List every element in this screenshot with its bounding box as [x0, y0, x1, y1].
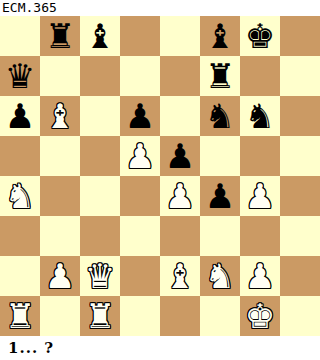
square-a4[interactable]: ♞	[0, 176, 40, 216]
title-bar: ECM.365	[0, 0, 320, 16]
square-c3[interactable]	[80, 216, 120, 256]
black-pawn-icon: ♟	[205, 176, 235, 216]
square-d6[interactable]: ♟	[120, 96, 160, 136]
black-pawn-icon: ♟	[5, 96, 35, 136]
square-g8[interactable]: ♚	[240, 16, 280, 56]
square-e5[interactable]: ♟	[160, 136, 200, 176]
square-e2[interactable]: ♝	[160, 256, 200, 296]
black-rook-icon: ♜	[45, 16, 75, 56]
white-pawn-icon: ♟	[125, 136, 155, 176]
chess-puzzle-app: ECM.365 ♜♝♝♚♛♜♟♝♟♞♞♟♟♞♟♟♟♟♛♝♞♟♜♜♚ 1... ?	[0, 0, 320, 360]
move-prompt: 1... ?	[8, 339, 54, 357]
square-d4[interactable]	[120, 176, 160, 216]
black-king-icon: ♚	[245, 16, 275, 56]
square-f7[interactable]: ♜	[200, 56, 240, 96]
chess-board: ♜♝♝♚♛♜♟♝♟♞♞♟♟♞♟♟♟♟♛♝♞♟♜♜♚	[0, 16, 320, 336]
black-pawn-icon: ♟	[125, 96, 155, 136]
square-g2[interactable]: ♟	[240, 256, 280, 296]
white-king-icon: ♚	[245, 296, 275, 336]
square-g7[interactable]	[240, 56, 280, 96]
square-b5[interactable]	[40, 136, 80, 176]
square-e6[interactable]	[160, 96, 200, 136]
black-knight-icon: ♞	[245, 96, 275, 136]
square-c4[interactable]	[80, 176, 120, 216]
square-e7[interactable]	[160, 56, 200, 96]
square-d5[interactable]: ♟	[120, 136, 160, 176]
square-c8[interactable]: ♝	[80, 16, 120, 56]
white-knight-icon: ♞	[5, 176, 35, 216]
white-pawn-icon: ♟	[165, 176, 195, 216]
square-a8[interactable]	[0, 16, 40, 56]
square-f5[interactable]	[200, 136, 240, 176]
square-e1[interactable]	[160, 296, 200, 336]
square-g4[interactable]: ♟	[240, 176, 280, 216]
square-b8[interactable]: ♜	[40, 16, 80, 56]
square-e4[interactable]: ♟	[160, 176, 200, 216]
square-b4[interactable]	[40, 176, 80, 216]
white-rook-icon: ♜	[85, 296, 115, 336]
square-g1[interactable]: ♚	[240, 296, 280, 336]
black-rook-icon: ♜	[205, 56, 235, 96]
square-d2[interactable]	[120, 256, 160, 296]
square-h3[interactable]	[280, 216, 320, 256]
black-queen-icon: ♛	[5, 56, 35, 96]
square-c7[interactable]	[80, 56, 120, 96]
white-bishop-icon: ♝	[165, 256, 195, 296]
square-e8[interactable]	[160, 16, 200, 56]
square-c5[interactable]	[80, 136, 120, 176]
black-bishop-icon: ♝	[85, 16, 115, 56]
square-h4[interactable]	[280, 176, 320, 216]
square-b3[interactable]	[40, 216, 80, 256]
square-a5[interactable]	[0, 136, 40, 176]
square-f6[interactable]: ♞	[200, 96, 240, 136]
black-bishop-icon: ♝	[205, 16, 235, 56]
square-a3[interactable]	[0, 216, 40, 256]
white-bishop-icon: ♝	[45, 96, 75, 136]
caption-bar: 1... ?	[0, 336, 320, 360]
white-pawn-icon: ♟	[245, 256, 275, 296]
square-a6[interactable]: ♟	[0, 96, 40, 136]
square-d1[interactable]	[120, 296, 160, 336]
white-pawn-icon: ♟	[245, 176, 275, 216]
square-a7[interactable]: ♛	[0, 56, 40, 96]
square-b6[interactable]: ♝	[40, 96, 80, 136]
square-c6[interactable]	[80, 96, 120, 136]
puzzle-title: ECM.365	[2, 0, 57, 16]
white-queen-icon: ♛	[85, 256, 115, 296]
square-g6[interactable]: ♞	[240, 96, 280, 136]
square-g5[interactable]	[240, 136, 280, 176]
square-h8[interactable]	[280, 16, 320, 56]
square-h2[interactable]	[280, 256, 320, 296]
square-h1[interactable]	[280, 296, 320, 336]
square-e3[interactable]	[160, 216, 200, 256]
square-f8[interactable]: ♝	[200, 16, 240, 56]
square-h5[interactable]	[280, 136, 320, 176]
square-h7[interactable]	[280, 56, 320, 96]
black-knight-icon: ♞	[205, 96, 235, 136]
black-pawn-icon: ♟	[165, 136, 195, 176]
square-a2[interactable]	[0, 256, 40, 296]
square-f4[interactable]: ♟	[200, 176, 240, 216]
square-d8[interactable]	[120, 16, 160, 56]
square-d7[interactable]	[120, 56, 160, 96]
square-c2[interactable]: ♛	[80, 256, 120, 296]
square-b1[interactable]	[40, 296, 80, 336]
square-c1[interactable]: ♜	[80, 296, 120, 336]
square-d3[interactable]	[120, 216, 160, 256]
square-f1[interactable]	[200, 296, 240, 336]
square-a1[interactable]: ♜	[0, 296, 40, 336]
square-g3[interactable]	[240, 216, 280, 256]
square-h6[interactable]	[280, 96, 320, 136]
square-f3[interactable]	[200, 216, 240, 256]
square-f2[interactable]: ♞	[200, 256, 240, 296]
square-b2[interactable]: ♟	[40, 256, 80, 296]
white-knight-icon: ♞	[205, 256, 235, 296]
white-pawn-icon: ♟	[45, 256, 75, 296]
white-rook-icon: ♜	[5, 296, 35, 336]
square-b7[interactable]	[40, 56, 80, 96]
